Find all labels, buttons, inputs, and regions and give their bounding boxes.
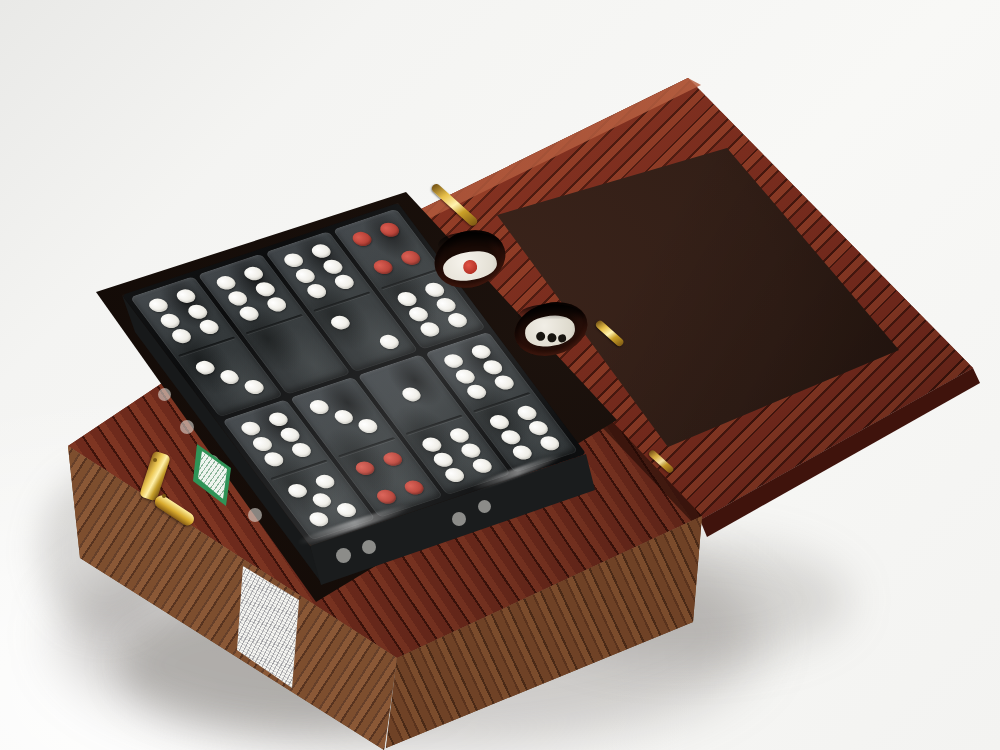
side-layer-pip xyxy=(248,508,262,522)
clasp-screw xyxy=(153,458,157,462)
side-layer-pip xyxy=(478,500,491,513)
die-pip xyxy=(536,331,546,341)
die-pip xyxy=(547,332,557,342)
die-recess-1-shadow xyxy=(438,232,502,258)
side-layer-pip xyxy=(336,548,351,563)
die-recess-2-shadow xyxy=(518,304,584,328)
side-layer-pip xyxy=(180,420,194,434)
side-layer-pip xyxy=(362,540,376,554)
product-photo-scene xyxy=(0,0,1000,750)
die-pip xyxy=(462,259,478,275)
side-layer-pip xyxy=(452,512,466,526)
side-layer-pip xyxy=(158,388,171,401)
clasp-screw xyxy=(162,494,166,498)
die-pip xyxy=(558,334,567,343)
